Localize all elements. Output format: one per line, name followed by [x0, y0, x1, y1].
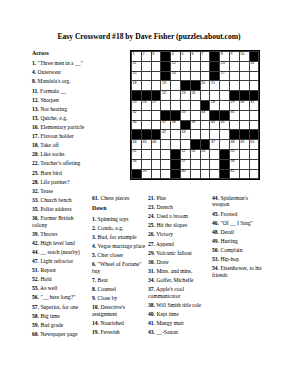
grid-cell[interactable]: 44	[132, 140, 141, 149]
grid-cell[interactable]: 20	[201, 81, 210, 90]
cell-number: 2	[142, 52, 144, 56]
clue-across-56: 56. "__ here long?"	[32, 294, 89, 300]
clue-number: 34.	[148, 277, 155, 283]
grid-cell[interactable]: 38	[171, 121, 180, 130]
clue-down-5: 5. Cher closer	[92, 252, 147, 258]
grid-cell[interactable]: 18	[132, 81, 141, 90]
cell-number: 5	[182, 52, 184, 56]
grid-cell[interactable]: 50	[250, 140, 259, 149]
grid-cell[interactable]: 6	[191, 52, 200, 61]
across-clues-overflow: 61. Chess pieces	[92, 195, 147, 201]
grid-cell[interactable]	[230, 62, 239, 71]
clue-across-47: 47. Light refractor	[32, 258, 89, 264]
grid-cell[interactable]	[191, 111, 200, 120]
clue-number: 32.	[32, 188, 39, 194]
grid-cell[interactable]	[142, 121, 151, 130]
clue-across-51: 51. Repeat	[32, 267, 89, 273]
grid-cell[interactable]: 42	[161, 130, 170, 139]
clue-down-45: 45. Frosted	[212, 211, 264, 217]
grid-cell[interactable]: 14	[250, 62, 259, 71]
clue-across-52: 52. Hold	[32, 276, 89, 282]
clue-number: 27.	[148, 241, 155, 247]
grid-cell[interactable]: 60	[181, 170, 190, 179]
grid-cell[interactable]	[240, 111, 249, 120]
clue-down-24: 24. Used a broom	[148, 213, 206, 219]
across-clues-column: Across 1. "Three men in a __"4. Outerwea…	[32, 50, 89, 340]
grid-cell[interactable]	[181, 72, 190, 81]
clue-down-10: 10. Detective's assignment	[92, 304, 147, 317]
grid-cell[interactable]	[181, 140, 190, 149]
grid-cell[interactable]: 1	[132, 52, 141, 61]
grid-cell[interactable]	[142, 160, 151, 169]
clue-number: 24.	[148, 213, 155, 219]
grid-cell[interactable]: 51	[132, 150, 141, 159]
grid-cell[interactable]: 57	[181, 160, 190, 169]
clue-number: 18.	[32, 142, 39, 148]
cell-number: 56	[133, 159, 137, 163]
cell-number: 53	[191, 149, 195, 153]
grid-cell[interactable]	[240, 170, 249, 179]
clue-down-54: 54. Eisenhower, to his friends	[212, 265, 264, 278]
grid-cell[interactable]: 41	[220, 121, 229, 130]
grid-cell[interactable]	[240, 62, 249, 71]
grid-cell[interactable]: 12	[171, 62, 180, 71]
clue-down-3: 3. Bud, for example	[92, 234, 147, 240]
clue-down-37: 37. Apple's cool communicator	[148, 286, 206, 299]
cell-number: 33	[182, 110, 186, 114]
grid-cell[interactable]: 48	[230, 140, 239, 149]
grid-cell[interactable]: 9	[230, 52, 239, 61]
grid-cell[interactable]: 10	[240, 52, 249, 61]
grid-cell[interactable]	[250, 111, 259, 120]
cell-number: 19	[162, 81, 166, 85]
grid-cell[interactable]: 45	[142, 140, 151, 149]
clue-number: 53.	[212, 256, 219, 262]
grid-cell[interactable]: 58	[230, 160, 239, 169]
cell-number: 46	[152, 140, 156, 144]
grid-cell[interactable]: 28	[210, 101, 219, 110]
cell-number: 48	[231, 140, 235, 144]
grid-cell[interactable]: 24	[191, 91, 200, 100]
grid-cell[interactable]: 36	[132, 121, 141, 130]
clue-number: 37.	[148, 286, 155, 292]
grid-cell[interactable]	[210, 170, 219, 179]
cell-number: 3	[152, 52, 154, 56]
grid-cell[interactable]	[240, 72, 249, 81]
clue-across-25: 25. Barn bird	[32, 170, 89, 176]
grid-cell[interactable]	[152, 150, 161, 159]
grid-cell[interactable]	[230, 121, 239, 130]
black-cell	[132, 91, 141, 100]
grid-cell[interactable]: 23	[181, 91, 190, 100]
cell-number: 57	[182, 159, 186, 163]
grid-cell[interactable]: 55	[230, 150, 239, 159]
clue-down-27: 27. Append	[148, 241, 206, 247]
clue-down-25: 25. Hit the slopes	[148, 222, 206, 228]
cell-number: 1	[133, 52, 135, 56]
clue-down-4: 4. Vegas marriage place	[92, 243, 147, 249]
clue-across-39: 39. Throws	[32, 231, 89, 237]
grid-cell[interactable]: 8	[220, 52, 229, 61]
black-cell	[210, 62, 219, 71]
clue-across-4: 4. Outerwear	[32, 69, 89, 75]
clue-across-55: 55. As well	[32, 285, 89, 291]
grid-cell[interactable]: 32	[132, 111, 141, 120]
black-cell	[161, 52, 170, 61]
grid-cell[interactable]	[191, 160, 200, 169]
clue-across-61: 61. Chess pieces	[92, 195, 147, 201]
grid-cell[interactable]: 15	[132, 72, 141, 81]
black-cell	[181, 81, 190, 90]
cell-number: 45	[142, 140, 146, 144]
clue-number: 49.	[212, 238, 219, 244]
cell-number: 23	[182, 91, 186, 95]
clue-number: 33.	[32, 197, 39, 203]
clue-number: 42.	[32, 240, 39, 246]
grid-cell[interactable]	[171, 130, 180, 139]
clue-number: 8.	[32, 78, 36, 84]
black-cell	[201, 140, 210, 149]
down-clues-list-1: 1. Spinning toys2. Condo, e.g.3. Bud, fo…	[92, 216, 147, 335]
grid-cell[interactable]	[142, 62, 151, 71]
clue-down-14: 14. Nourished	[92, 320, 147, 326]
black-cell	[191, 140, 200, 149]
cell-number: 60	[182, 169, 186, 173]
grid-cell[interactable]	[210, 150, 219, 159]
across-clues-list: 1. "Three men in a __"4. Outerwear8. Man…	[32, 60, 89, 337]
grid-cell[interactable]	[201, 130, 210, 139]
grid-cell[interactable]	[161, 160, 170, 169]
grid-cell[interactable]	[181, 62, 190, 71]
cell-number: 4	[172, 52, 174, 56]
clue-down-38: 38. Will Smith title role	[148, 302, 206, 308]
black-cell	[142, 130, 151, 139]
clue-number: 29.	[148, 250, 155, 256]
cell-number: 28	[211, 100, 215, 104]
grid-cell[interactable]: 40	[210, 121, 219, 130]
clue-number: 58.	[32, 313, 39, 319]
cell-number: 7	[201, 52, 203, 56]
grid-cell[interactable]: 19	[161, 81, 170, 90]
cell-number: 27	[152, 100, 156, 104]
grid-cell[interactable]	[181, 101, 190, 110]
across-header: Across	[32, 50, 89, 57]
clue-down-30: 30. Draw	[148, 259, 206, 265]
grid-cell[interactable]: 13	[220, 62, 229, 71]
clue-number: 26.	[148, 231, 155, 237]
black-cell	[240, 130, 249, 139]
cell-number: 47	[211, 140, 215, 144]
grid-cell[interactable]	[230, 81, 239, 90]
clue-number: 41.	[148, 320, 155, 326]
black-cell	[230, 130, 239, 139]
clue-number: 51.	[32, 267, 39, 273]
black-cell	[132, 170, 141, 179]
down-clues-list-3: 44. Spiderman's weapon45. Frosted46. "Of…	[212, 195, 264, 278]
clue-number: 31.	[148, 268, 155, 274]
black-cell	[181, 121, 190, 130]
grid-cell[interactable]: 39	[191, 121, 200, 130]
puzzle-title: Easy Crossword #18 by Dave Fisher (puzzl…	[0, 32, 298, 41]
grid-cell[interactable]	[250, 150, 259, 159]
grid-cell[interactable]	[240, 160, 249, 169]
down-header: Down	[92, 205, 147, 212]
black-cell	[240, 91, 249, 100]
grid-cell[interactable]	[142, 72, 151, 81]
clue-number: 14.	[92, 320, 99, 326]
clue-number: 61.	[92, 195, 99, 201]
grid-cell[interactable]: 7	[201, 52, 210, 61]
clue-number: 35.	[32, 206, 39, 212]
grid-cell[interactable]	[142, 81, 151, 90]
cell-number: 20	[201, 81, 205, 85]
clue-number: 12.	[32, 97, 39, 103]
grid-cell[interactable]: 34	[201, 111, 210, 120]
grid-cell[interactable]: 53	[191, 150, 200, 159]
grid-cell[interactable]	[191, 130, 200, 139]
grid-cell[interactable]	[210, 130, 219, 139]
clue-across-11: 11. Formula __	[32, 88, 89, 94]
cell-number: 39	[191, 120, 195, 124]
clue-number: 10.	[92, 304, 99, 310]
clue-down-8: 8. Counsel	[92, 286, 147, 292]
clue-number: 21.	[148, 195, 155, 201]
cell-number: 38	[172, 120, 176, 124]
clue-number: 40.	[148, 311, 155, 317]
grid-cell[interactable]	[201, 170, 210, 179]
grid-cell[interactable]: 21	[210, 81, 219, 90]
clue-number: 7.	[92, 277, 96, 283]
grid-cell[interactable]	[142, 111, 151, 120]
black-cell	[250, 130, 259, 139]
down-clues-column-2: 21. Plus23. Drench24. Used a broom25. Hi…	[148, 195, 206, 338]
cell-number: 25	[133, 100, 137, 104]
clue-down-19: 19. Feverish	[92, 329, 147, 335]
grid-cell[interactable]	[161, 101, 170, 110]
grid-cell[interactable]	[171, 81, 180, 90]
clue-across-36: 36. Former British colony	[32, 215, 89, 228]
grid-cell[interactable]	[240, 81, 249, 90]
black-cell	[210, 72, 219, 81]
grid-cell[interactable]	[171, 101, 180, 110]
clue-number: 56.	[32, 294, 39, 300]
grid-cell[interactable]: 4	[171, 52, 180, 61]
grid-cell[interactable]	[161, 140, 170, 149]
grid-cell[interactable]	[142, 150, 151, 159]
grid-cell[interactable]	[152, 170, 161, 179]
grid-cell[interactable]	[210, 91, 219, 100]
grid-cell[interactable]	[171, 140, 180, 149]
grid-cell[interactable]	[201, 91, 210, 100]
clue-across-60: 60. Newspaper page	[32, 331, 89, 337]
cell-number: 43	[182, 130, 186, 134]
clue-across-16: 16. Elementary particle	[32, 124, 89, 130]
grid-cell[interactable]: 2	[142, 52, 151, 61]
black-cell	[191, 81, 200, 90]
cell-number: 59	[142, 169, 146, 173]
clue-across-57: 57. Superior, for one	[32, 304, 89, 310]
grid-cell[interactable]: 35	[230, 111, 239, 120]
grid-cell[interactable]	[152, 62, 161, 71]
grid-cell[interactable]	[191, 101, 200, 110]
grid-cell[interactable]: 47	[210, 140, 219, 149]
grid-cell[interactable]: 27	[152, 101, 161, 110]
clue-across-17: 17. Flavour holder	[32, 133, 89, 139]
clue-down-50: 50. Complain	[212, 247, 264, 253]
clue-number: 59.	[32, 322, 39, 328]
clue-number: 5.	[92, 252, 96, 258]
grid-cell[interactable]: 11	[132, 62, 141, 71]
grid-cell[interactable]	[201, 160, 210, 169]
cell-number: 24	[191, 91, 195, 95]
black-cell	[132, 130, 141, 139]
grid-cell[interactable]	[250, 160, 259, 169]
grid-cell[interactable]: 30	[240, 101, 249, 110]
cell-number: 50	[250, 140, 254, 144]
grid-cell[interactable]	[220, 91, 229, 100]
clue-across-33: 33. Church bench	[32, 197, 89, 203]
grid-cell[interactable]	[240, 150, 249, 159]
clue-number: 8.	[92, 286, 96, 292]
black-cell	[142, 91, 151, 100]
grid-cell[interactable]	[201, 72, 210, 81]
cell-number: 30	[240, 100, 244, 104]
cell-number: 42	[162, 130, 166, 134]
grid-cell[interactable]: 26	[142, 101, 151, 110]
clue-number: 13.	[32, 106, 39, 112]
black-cell	[171, 111, 180, 120]
grid-cell[interactable]	[191, 170, 200, 179]
black-cell	[220, 170, 229, 179]
grid-cell[interactable]: 59	[142, 170, 151, 179]
grid-cell[interactable]	[152, 72, 161, 81]
grid-cell[interactable]: 16	[171, 72, 180, 81]
clue-across-20: 20. Like socks	[32, 151, 89, 157]
grid-cell[interactable]	[191, 62, 200, 71]
clue-across-1: 1. "Three men in a __"	[32, 60, 89, 66]
grid-cell[interactable]: 3	[152, 52, 161, 61]
crossword-grid: 1234567891011121314151617181920212223242…	[130, 50, 260, 180]
grid-cell[interactable]	[201, 121, 210, 130]
clue-down-23: 23. Drench	[148, 204, 206, 210]
cell-number: 44	[133, 140, 137, 144]
grid-cell[interactable]	[220, 140, 229, 149]
grid-cell[interactable]	[220, 101, 229, 110]
grid-cell[interactable]	[152, 160, 161, 169]
grid-cell[interactable]	[161, 150, 170, 159]
grid-cell[interactable]	[250, 81, 259, 90]
cell-number: 14	[250, 61, 254, 65]
grid-cell[interactable]: 54	[201, 150, 210, 159]
grid-cell[interactable]	[201, 62, 210, 71]
grid-cell[interactable]: 33	[181, 111, 190, 120]
grid-cell[interactable]: 5	[181, 52, 190, 61]
clue-across-8: 8. Mandela's org.	[32, 78, 89, 84]
black-cell	[210, 52, 219, 61]
clue-number: 2.	[92, 225, 96, 231]
clue-number: 48.	[212, 229, 219, 235]
clue-down-1: 1. Spinning toys	[92, 216, 147, 222]
grid-cell[interactable]: 31	[250, 101, 259, 110]
grid-cell[interactable]	[152, 111, 161, 120]
cell-number: 54	[201, 149, 205, 153]
grid-cell[interactable]	[152, 121, 161, 130]
clue-number: 60.	[32, 331, 39, 337]
grid-cell[interactable]: 61	[230, 170, 239, 179]
clue-number: 1.	[92, 216, 96, 222]
grid-cell[interactable]	[250, 121, 259, 130]
grid-cell[interactable]	[250, 72, 259, 81]
clue-number: 28.	[32, 179, 39, 185]
clue-across-44: 44. __ reach (nearby)	[32, 249, 89, 255]
cell-number: 8	[221, 52, 223, 56]
clue-down-2: 2. Condo, e.g.	[92, 225, 147, 231]
grid-cell[interactable]: 43	[181, 130, 190, 139]
cell-number: 15	[133, 71, 137, 75]
grid-cell[interactable]	[220, 130, 229, 139]
grid-cell[interactable]	[171, 91, 180, 100]
cell-number: 51	[133, 149, 137, 153]
clue-number: 57.	[32, 304, 39, 310]
black-cell	[201, 101, 210, 110]
clues-column-2: 61. Chess pieces Down 1. Spinning toys2.…	[92, 195, 147, 338]
clue-number: 45.	[212, 211, 219, 217]
grid-cell[interactable]	[220, 81, 229, 90]
clue-number: 4.	[32, 69, 36, 75]
clue-number: 6.	[92, 261, 96, 267]
clue-across-22: 22. Teacher's offering	[32, 160, 89, 166]
grid-cell[interactable]: 25	[132, 101, 141, 110]
grid-cell[interactable]	[240, 121, 249, 130]
cell-number: 26	[142, 100, 146, 104]
grid-cell[interactable]	[161, 170, 170, 179]
cell-number: 6	[191, 52, 193, 56]
black-cell	[220, 160, 229, 169]
cell-number: 18	[133, 81, 137, 85]
clue-across-42: 42. High level land	[32, 240, 89, 246]
black-cell	[250, 91, 259, 100]
grid-cell[interactable]	[210, 160, 219, 169]
black-cell	[220, 150, 229, 159]
grid-cell[interactable]	[250, 170, 259, 179]
cell-number: 11	[133, 61, 137, 65]
clue-number: 1.	[32, 60, 36, 66]
clue-number: 50.	[212, 247, 219, 253]
grid-cell[interactable]: 37	[161, 121, 170, 130]
grid-cell[interactable]: 22	[161, 91, 170, 100]
grid-cell[interactable]	[230, 72, 239, 81]
clue-number: 46.	[212, 220, 219, 226]
grid-cell[interactable]: 29	[230, 101, 239, 110]
cell-number: 29	[231, 100, 235, 104]
grid-cell[interactable]: 56	[132, 160, 141, 169]
grid-cell[interactable]	[152, 81, 161, 90]
clue-number: 55.	[32, 285, 39, 291]
clue-down-6: 6. "Wheel of Fortune" buy	[92, 261, 147, 274]
black-cell	[250, 52, 259, 61]
clue-number: 44.	[212, 195, 219, 201]
grid-cell[interactable]: 46	[152, 140, 161, 149]
grid-cell[interactable]	[191, 72, 200, 81]
clue-down-49: 49. Hurting	[212, 238, 264, 244]
grid-cell[interactable]: 52	[181, 150, 190, 159]
down-clues-list-2: 21. Plus23. Drench24. Used a broom25. Hi…	[148, 195, 206, 335]
cell-number: 17	[221, 71, 225, 75]
clue-number: 15.	[32, 115, 39, 121]
grid-cell[interactable]: 49	[240, 140, 249, 149]
grid-cell[interactable]: 17	[220, 72, 229, 81]
clue-across-15: 15. Quiche, e.g.	[32, 115, 89, 121]
